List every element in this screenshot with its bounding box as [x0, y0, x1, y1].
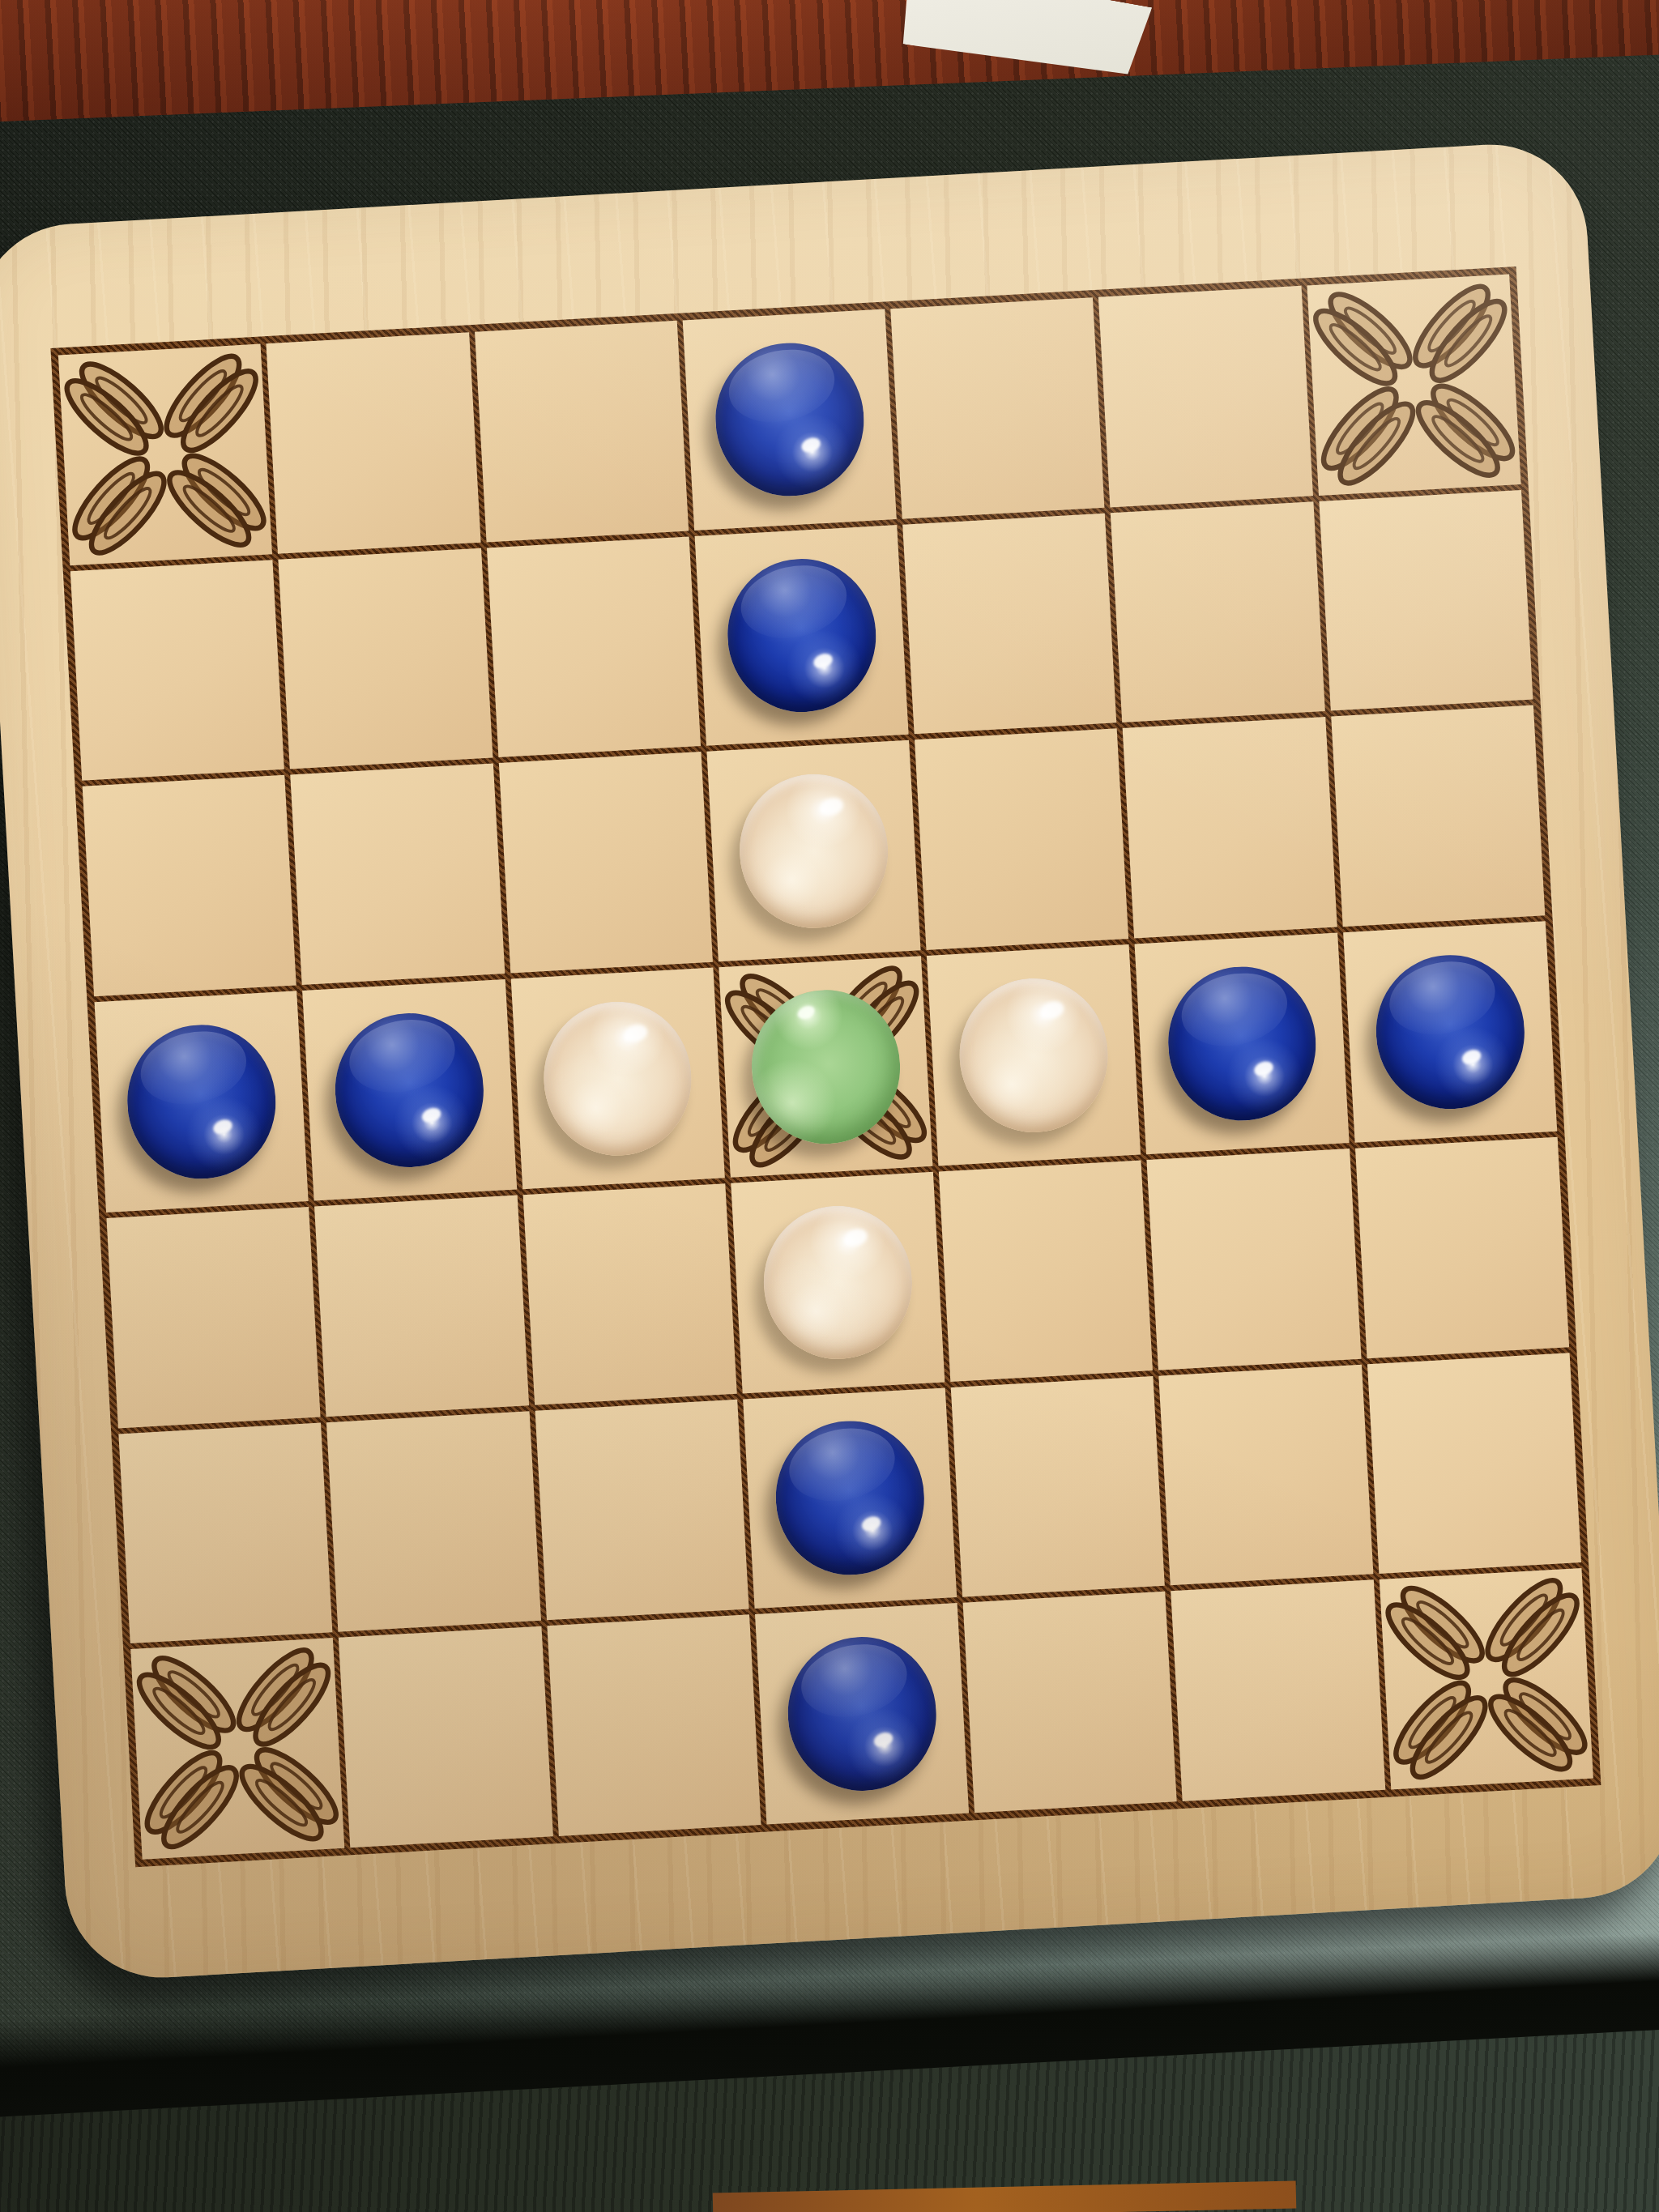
cell-f6[interactable]	[1111, 501, 1324, 722]
cell-f3[interactable]	[1147, 1149, 1361, 1370]
cell-g7[interactable]	[1307, 274, 1520, 495]
cell-d3[interactable]	[731, 1172, 945, 1393]
cell-e3[interactable]	[939, 1160, 1153, 1381]
cell-a2[interactable]	[118, 1422, 332, 1643]
cell-c1[interactable]	[547, 1615, 761, 1836]
cell-b2[interactable]	[326, 1411, 540, 1632]
cell-f4[interactable]	[1135, 933, 1349, 1154]
attacker-stone-a4[interactable]	[123, 1021, 279, 1182]
cell-e4[interactable]	[927, 944, 1141, 1166]
cell-d2[interactable]	[743, 1387, 957, 1609]
attacker-stone-g4[interactable]	[1372, 951, 1529, 1112]
cell-g2[interactable]	[1367, 1353, 1581, 1574]
cell-d5[interactable]	[706, 740, 920, 961]
corner-motif-icon	[1380, 1568, 1593, 1789]
defender-stone-c4[interactable]	[539, 998, 696, 1159]
cell-c2[interactable]	[535, 1399, 748, 1620]
cell-b3[interactable]	[314, 1195, 528, 1416]
cell-e6[interactable]	[902, 513, 1116, 734]
photo-scene	[0, 0, 1659, 2212]
cell-a4[interactable]	[95, 991, 309, 1212]
cell-f7[interactable]	[1098, 286, 1312, 507]
defender-stone-d3[interactable]	[760, 1202, 916, 1363]
cell-a7[interactable]	[58, 344, 272, 565]
cell-g5[interactable]	[1331, 705, 1545, 927]
cell-f2[interactable]	[1159, 1364, 1373, 1585]
board-grid	[50, 266, 1601, 1867]
cell-g1[interactable]	[1380, 1568, 1593, 1789]
cell-a5[interactable]	[83, 775, 296, 996]
attacker-stone-d7[interactable]	[711, 339, 868, 500]
cell-b6[interactable]	[279, 548, 493, 769]
cell-c5[interactable]	[498, 752, 712, 973]
cell-d7[interactable]	[683, 309, 897, 531]
cell-c6[interactable]	[487, 536, 701, 757]
tafl-board	[0, 139, 1659, 1983]
cell-c7[interactable]	[475, 321, 689, 542]
attacker-stone-d6[interactable]	[723, 555, 880, 716]
cell-f1[interactable]	[1171, 1580, 1385, 1801]
corner-motif-icon	[58, 344, 272, 565]
corner-motif-icon	[130, 1638, 344, 1859]
cell-e7[interactable]	[890, 297, 1104, 518]
cell-d1[interactable]	[755, 1603, 969, 1824]
attacker-stone-d1[interactable]	[784, 1633, 940, 1794]
cell-a6[interactable]	[70, 560, 284, 781]
attacker-stone-f4[interactable]	[1164, 963, 1320, 1124]
defender-stone-d5[interactable]	[736, 770, 892, 931]
cell-g4[interactable]	[1343, 921, 1557, 1142]
corner-motif-icon	[1307, 274, 1520, 495]
cell-d4[interactable]	[719, 956, 932, 1177]
cell-e2[interactable]	[951, 1376, 1165, 1597]
cell-g3[interactable]	[1355, 1137, 1569, 1358]
cell-e5[interactable]	[915, 729, 1128, 950]
attacker-stone-b4[interactable]	[331, 1009, 488, 1170]
cell-a1[interactable]	[130, 1638, 344, 1859]
defender-stone-e4[interactable]	[956, 974, 1112, 1136]
cell-a3[interactable]	[106, 1207, 320, 1428]
cell-b1[interactable]	[339, 1626, 552, 1848]
cell-e1[interactable]	[963, 1592, 1177, 1813]
cell-f5[interactable]	[1123, 717, 1337, 938]
cell-c3[interactable]	[522, 1183, 736, 1404]
cell-d6[interactable]	[694, 525, 908, 746]
cell-b5[interactable]	[291, 764, 505, 985]
cell-b4[interactable]	[302, 979, 516, 1200]
cell-b7[interactable]	[267, 332, 480, 553]
cell-g6[interactable]	[1319, 490, 1533, 711]
cell-c4[interactable]	[510, 968, 724, 1189]
attacker-stone-d2[interactable]	[772, 1417, 928, 1579]
